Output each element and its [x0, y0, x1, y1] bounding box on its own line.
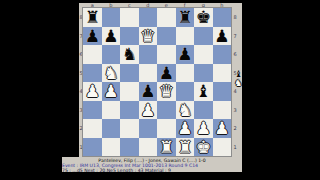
black-pawn[interactable]: ♟ [214, 27, 229, 45]
square-c5[interactable] [120, 64, 139, 83]
square-a7[interactable]: ♟ [83, 27, 102, 46]
square-h8[interactable] [213, 8, 232, 27]
square-e4[interactable]: ♛ [157, 82, 176, 101]
file-labels-top: abcdefgh [83, 3, 231, 8]
white-pawn[interactable]: ♟ [196, 119, 211, 137]
white-rook[interactable]: ♜ [177, 138, 192, 156]
white-queen[interactable]: ♛ [159, 82, 174, 100]
square-h5[interactable] [213, 64, 232, 83]
square-h7[interactable]: ♟ [213, 27, 232, 46]
square-a3[interactable] [83, 101, 102, 120]
black-knight[interactable]: ♞ [122, 45, 137, 63]
square-d4[interactable]: ♟ [139, 82, 158, 101]
square-h3[interactable] [213, 101, 232, 120]
rank-label-1: 1 [233, 138, 237, 157]
square-e2[interactable] [157, 119, 176, 138]
square-e8[interactable] [157, 8, 176, 27]
square-c1[interactable] [120, 138, 139, 157]
square-d8[interactable] [139, 8, 158, 27]
rank-label-3: 3 [233, 101, 237, 120]
file-label-b: b [102, 3, 121, 8]
square-f3[interactable]: ♞ [176, 101, 195, 120]
square-c3[interactable] [120, 101, 139, 120]
square-d6[interactable] [139, 45, 158, 64]
square-c7[interactable] [120, 27, 139, 46]
white-pawn[interactable]: ♟ [177, 119, 192, 137]
square-g1[interactable]: ♚ [194, 138, 213, 157]
rank-label-6: 6 [233, 45, 237, 64]
file-label-d: d [139, 3, 158, 8]
rank-label-2: 2 [233, 119, 237, 138]
rank-label-8: 8 [233, 8, 237, 27]
white-knight-icon: ♞ [234, 79, 242, 88]
video-frame: abcdefgh abcdefgh 87654321 87654321 ♜♜♚♟… [0, 0, 320, 180]
square-e3[interactable] [157, 101, 176, 120]
square-e7[interactable] [157, 27, 176, 46]
white-pawn[interactable]: ♟ [85, 82, 100, 100]
square-f6[interactable]: ♟ [176, 45, 195, 64]
square-g5[interactable] [194, 64, 213, 83]
square-b5[interactable]: ♞ [102, 64, 121, 83]
white-pawn[interactable]: ♟ [214, 119, 229, 137]
move-info-line: 75 : …d5 Next : 20.Ne5 Length : 43 Mater… [62, 168, 242, 173]
black-pawn[interactable]: ♟ [85, 27, 100, 45]
black-bishop[interactable]: ♝ [196, 82, 211, 100]
square-d1[interactable] [139, 138, 158, 157]
file-label-c: c [120, 3, 139, 8]
white-knight[interactable]: ♞ [103, 64, 118, 82]
square-d2[interactable] [139, 119, 158, 138]
square-f1[interactable]: ♜ [176, 138, 195, 157]
square-g4[interactable]: ♝ [194, 82, 213, 101]
square-a8[interactable]: ♜ [83, 8, 102, 27]
white-rook[interactable]: ♜ [159, 138, 174, 156]
square-a4[interactable]: ♟ [83, 82, 102, 101]
white-knight[interactable]: ♞ [177, 101, 192, 119]
caption-bar: Panteleev, Filip (….) - Jones, Gawain C … [62, 157, 242, 172]
square-d3[interactable]: ♟ [139, 101, 158, 120]
square-b3[interactable] [102, 101, 121, 120]
white-pawn[interactable]: ♟ [140, 101, 155, 119]
square-g7[interactable] [194, 27, 213, 46]
square-g8[interactable]: ♚ [194, 8, 213, 27]
square-b6[interactable] [102, 45, 121, 64]
black-rook[interactable]: ♜ [177, 8, 192, 26]
square-h4[interactable] [213, 82, 232, 101]
white-pawn[interactable]: ♟ [103, 82, 118, 100]
white-queen[interactable]: ♛ [140, 27, 155, 45]
square-f8[interactable]: ♜ [176, 8, 195, 27]
square-g2[interactable]: ♟ [194, 119, 213, 138]
square-h6[interactable] [213, 45, 232, 64]
rank-label-7: 7 [233, 27, 237, 46]
material-tray: ♝ ♞ [234, 70, 243, 88]
square-h2[interactable]: ♟ [213, 119, 232, 138]
black-pawn[interactable]: ♟ [140, 82, 155, 100]
square-d5[interactable] [139, 64, 158, 83]
square-b2[interactable] [102, 119, 121, 138]
square-e6[interactable] [157, 45, 176, 64]
square-b7[interactable]: ♟ [102, 27, 121, 46]
square-c8[interactable] [120, 8, 139, 27]
square-f7[interactable] [176, 27, 195, 46]
square-a5[interactable] [83, 64, 102, 83]
black-pawn[interactable]: ♟ [177, 45, 192, 63]
square-e5[interactable]: ♟ [157, 64, 176, 83]
square-h1[interactable] [213, 138, 232, 157]
black-rook[interactable]: ♜ [85, 8, 100, 26]
file-label-e: e [157, 3, 176, 8]
white-king[interactable]: ♚ [196, 138, 211, 156]
square-c2[interactable] [120, 119, 139, 138]
square-a6[interactable] [83, 45, 102, 64]
square-c4[interactable] [120, 82, 139, 101]
file-label-g: g [194, 3, 213, 8]
square-b1[interactable] [102, 138, 121, 157]
square-b4[interactable]: ♟ [102, 82, 121, 101]
square-b8[interactable] [102, 8, 121, 27]
square-d7[interactable]: ♛ [139, 27, 158, 46]
square-e1[interactable]: ♜ [157, 138, 176, 157]
square-g3[interactable] [194, 101, 213, 120]
square-a2[interactable] [83, 119, 102, 138]
chess-board[interactable]: ♜♜♚♟♟♛♟♞♟♞♟♟♟♟♛♝♟♞♟♟♟♜♜♚ [83, 8, 231, 156]
black-pawn[interactable]: ♟ [103, 27, 118, 45]
square-a1[interactable] [83, 138, 102, 157]
square-f5[interactable] [176, 64, 195, 83]
file-label-h: h [213, 3, 232, 8]
black-pawn[interactable]: ♟ [159, 64, 174, 82]
square-g6[interactable] [194, 45, 213, 64]
square-f2[interactable]: ♟ [176, 119, 195, 138]
square-c6[interactable]: ♞ [120, 45, 139, 64]
file-label-a: a [83, 3, 102, 8]
file-label-f: f [176, 3, 195, 8]
black-king[interactable]: ♚ [196, 8, 211, 26]
square-f4[interactable] [176, 82, 195, 101]
